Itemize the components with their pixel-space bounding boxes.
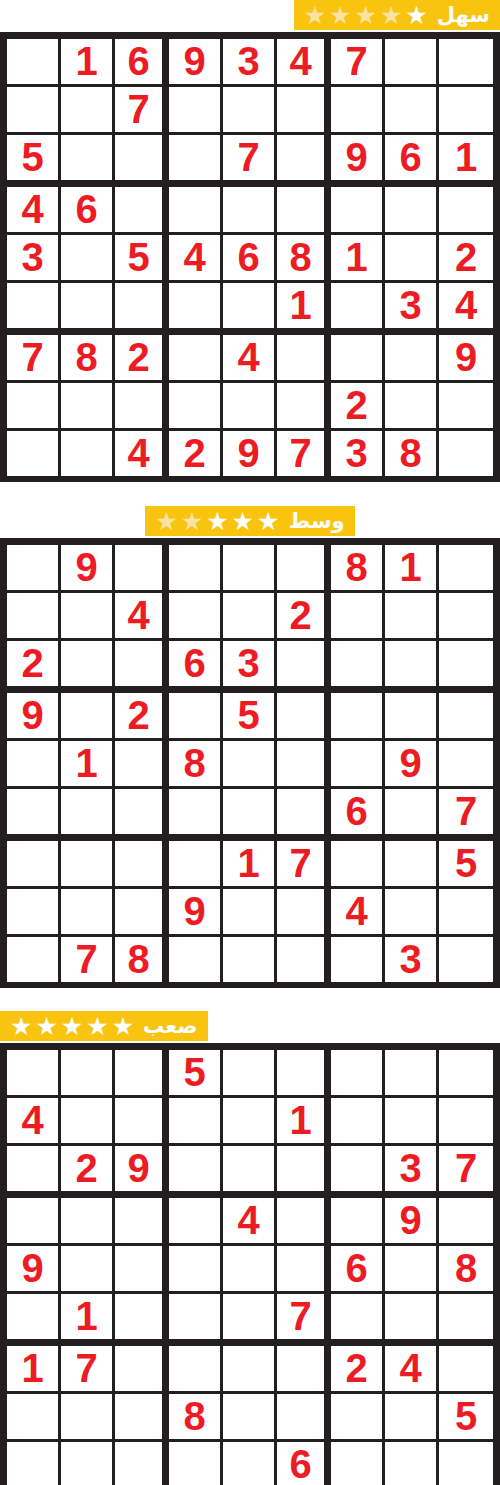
banner-row-medium: ★★★★★ وسط [0,506,500,538]
sudoku-cell-r3c6 [277,1146,331,1198]
star-empty-icon: ★ [329,3,351,28]
sudoku-cell-r3c5: 3 [223,641,277,693]
sudoku-cell-r8c5 [223,383,277,431]
sudoku-cell-r7c3: 2 [115,335,169,383]
difficulty-label-hard: صعب [143,1011,197,1041]
sudoku-cell-r6c1 [7,789,61,841]
sudoku-grid-easy: 169347757961463546812134782492429738 [0,32,500,482]
puzzle-section-hard: ★★★★★ صعب 541293749968171724856 [0,1011,500,1485]
sudoku-cell-r5c5: 6 [223,235,277,283]
sudoku-cell-r7c5: 4 [223,335,277,383]
sudoku-cell-r8c6 [277,1394,331,1442]
sudoku-cell-r7c5 [223,1346,277,1394]
sudoku-cell-r8c6 [277,383,331,431]
sudoku-cell-r5c3 [115,1246,169,1294]
sudoku-cell-r6c8 [385,1294,439,1346]
sudoku-cell-r8c9 [439,889,493,937]
star-empty-icon: ★ [155,509,177,534]
sudoku-cell-r6c3 [115,283,169,335]
banner-row-easy: ★★★★★ سهل [0,0,500,32]
sudoku-cell-r4c6 [277,187,331,235]
sudoku-cell-r9c2 [61,1442,115,1485]
sudoku-cell-r4c7 [331,693,385,741]
sudoku-cell-r6c3 [115,1294,169,1346]
sudoku-cell-r3c9: 1 [439,135,493,187]
sudoku-cell-r9c9 [439,1442,493,1485]
star-empty-icon: ★ [354,3,376,28]
sudoku-cell-r3c5 [223,1146,277,1198]
sudoku-cell-r3c1 [7,1146,61,1198]
sudoku-cell-r8c2 [61,383,115,431]
sudoku-cell-r8c3 [115,1394,169,1442]
star-empty-icon: ★ [181,509,203,534]
sudoku-cell-r4c4 [169,187,223,235]
sudoku-cell-r2c1 [7,87,61,135]
sudoku-cell-r3c4 [169,135,223,187]
sudoku-cell-r4c1: 4 [7,187,61,235]
star-filled-icon: ★ [405,3,427,28]
sudoku-cell-r3c9 [439,641,493,693]
sudoku-cell-r4c1 [7,1198,61,1246]
sudoku-cell-r3c2 [61,641,115,693]
sudoku-cell-r8c7: 4 [331,889,385,937]
sudoku-cell-r8c8 [385,383,439,431]
sudoku-cell-r7c3 [115,1346,169,1394]
sudoku-cell-r9c6 [277,937,331,982]
sudoku-cell-r6c8: 3 [385,283,439,335]
sudoku-cell-r9c4 [169,937,223,982]
sudoku-cell-r8c4: 9 [169,889,223,937]
sudoku-cell-r3c7 [331,641,385,693]
sudoku-cell-r3c9: 7 [439,1146,493,1198]
sudoku-cell-r9c3: 8 [115,937,169,982]
sudoku-cell-r4c7 [331,1198,385,1246]
sudoku-cell-r6c7: 6 [331,789,385,841]
sudoku-cell-r9c5: 9 [223,431,277,476]
sudoku-cell-r1c9 [439,1050,493,1098]
sudoku-cell-r1c3: 6 [115,39,169,87]
sudoku-cell-r6c9: 4 [439,283,493,335]
sudoku-cell-r7c6 [277,1346,331,1394]
sudoku-cell-r4c3 [115,187,169,235]
star-filled-icon: ★ [206,509,228,534]
sudoku-cell-r2c4 [169,593,223,641]
sudoku-cell-r1c8 [385,1050,439,1098]
star-empty-icon: ★ [304,3,326,28]
sudoku-grid-hard: 541293749968171724856 [0,1043,500,1485]
sudoku-cell-r6c6: 7 [277,1294,331,1346]
sudoku-cell-r7c6 [277,335,331,383]
sudoku-cell-r3c4 [169,1146,223,1198]
sudoku-cell-r4c3 [115,1198,169,1246]
sudoku-cell-r8c7: 2 [331,383,385,431]
sudoku-cell-r8c8 [385,1394,439,1442]
sudoku-cell-r5c4: 4 [169,235,223,283]
sudoku-cell-r1c6 [277,1050,331,1098]
sudoku-cell-r7c8: 4 [385,1346,439,1394]
sudoku-cell-r1c3 [115,545,169,593]
sudoku-cell-r9c4: 2 [169,431,223,476]
sudoku-cell-r3c1: 5 [7,135,61,187]
sudoku-page: ★★★★★ سهل 169347757961463546812134782492… [0,0,500,1485]
sudoku-cell-r6c3 [115,789,169,841]
sudoku-cell-r2c1 [7,593,61,641]
star-filled-icon: ★ [61,1014,83,1039]
sudoku-cell-r2c3: 4 [115,593,169,641]
sudoku-cell-r8c6 [277,889,331,937]
sudoku-cell-r9c8: 3 [385,937,439,982]
sudoku-cell-r5c7: 6 [331,1246,385,1294]
sudoku-cell-r4c5 [223,187,277,235]
sudoku-cell-r1c1 [7,39,61,87]
sudoku-cell-r3c3: 9 [115,1146,169,1198]
sudoku-cell-r1c5: 3 [223,39,277,87]
sudoku-cell-r4c6 [277,693,331,741]
star-filled-icon: ★ [35,1014,57,1039]
sudoku-cell-r2c7 [331,1098,385,1146]
sudoku-cell-r7c1: 7 [7,335,61,383]
sudoku-cell-r5c9 [439,741,493,789]
sudoku-cell-r4c9 [439,1198,493,1246]
sudoku-cell-r5c9: 2 [439,235,493,283]
sudoku-cell-r9c2: 7 [61,937,115,982]
sudoku-cell-r7c3 [115,841,169,889]
sudoku-cell-r7c1 [7,841,61,889]
sudoku-cell-r1c9 [439,39,493,87]
sudoku-cell-r7c9 [439,1346,493,1394]
star-rating-easy: ★★★★★ [304,3,428,28]
sudoku-cell-r2c5 [223,1098,277,1146]
star-filled-icon: ★ [257,509,279,534]
sudoku-cell-r5c5 [223,1246,277,1294]
sudoku-cell-r9c5 [223,1442,277,1485]
sudoku-cell-r7c4 [169,841,223,889]
sudoku-cell-r9c8: 8 [385,431,439,476]
sudoku-cell-r4c2 [61,1198,115,1246]
sudoku-cell-r2c4 [169,87,223,135]
sudoku-cell-r3c6 [277,135,331,187]
sudoku-cell-r5c7 [331,741,385,789]
sudoku-cell-r9c9 [439,431,493,476]
difficulty-banner-hard: ★★★★★ صعب [0,1011,208,1041]
sudoku-cell-r3c6 [277,641,331,693]
sudoku-cell-r4c8 [385,693,439,741]
sudoku-cell-r2c8 [385,593,439,641]
sudoku-cell-r9c7: 3 [331,431,385,476]
sudoku-cell-r1c5 [223,1050,277,1098]
sudoku-cell-r7c8 [385,335,439,383]
sudoku-cell-r6c5 [223,1294,277,1346]
sudoku-cell-r6c1 [7,1294,61,1346]
sudoku-cell-r8c1 [7,1394,61,1442]
star-filled-icon: ★ [10,1014,32,1039]
sudoku-cell-r3c8 [385,641,439,693]
sudoku-cell-r5c8: 9 [385,741,439,789]
sudoku-cell-r8c1 [7,383,61,431]
sudoku-cell-r8c1 [7,889,61,937]
sudoku-cell-r9c3 [115,1442,169,1485]
sudoku-cell-r5c7: 1 [331,235,385,283]
sudoku-cell-r1c6: 4 [277,39,331,87]
sudoku-cell-r4c1: 9 [7,693,61,741]
sudoku-cell-r6c6 [277,789,331,841]
sudoku-cell-r7c5: 1 [223,841,277,889]
sudoku-cell-r1c7: 8 [331,545,385,593]
sudoku-cell-r2c6 [277,87,331,135]
sudoku-cell-r3c8: 3 [385,1146,439,1198]
sudoku-cell-r9c3: 4 [115,431,169,476]
sudoku-cell-r2c3 [115,1098,169,1146]
sudoku-cell-r1c2: 1 [61,39,115,87]
sudoku-cell-r2c3: 7 [115,87,169,135]
sudoku-cell-r9c1 [7,937,61,982]
sudoku-cell-r7c7: 2 [331,1346,385,1394]
sudoku-cell-r5c1: 9 [7,1246,61,1294]
sudoku-cell-r7c6: 7 [277,841,331,889]
sudoku-cell-r2c9 [439,593,493,641]
sudoku-cell-r1c4: 5 [169,1050,223,1098]
sudoku-cell-r9c5 [223,937,277,982]
sudoku-cell-r3c4: 6 [169,641,223,693]
sudoku-cell-r5c9: 8 [439,1246,493,1294]
sudoku-cell-r9c1 [7,1442,61,1485]
sudoku-cell-r4c2: 6 [61,187,115,235]
sudoku-cell-r4c9 [439,187,493,235]
sudoku-cell-r9c7 [331,1442,385,1485]
sudoku-cell-r3c3 [115,135,169,187]
difficulty-label-easy: سهل [437,0,490,30]
sudoku-cell-r6c1 [7,283,61,335]
sudoku-cell-r7c2: 8 [61,335,115,383]
sudoku-cell-r5c8 [385,1246,439,1294]
sudoku-cell-r7c1: 1 [7,1346,61,1394]
sudoku-cell-r7c4 [169,335,223,383]
sudoku-cell-r1c2: 9 [61,545,115,593]
sudoku-cell-r3c7: 9 [331,135,385,187]
sudoku-cell-r5c3 [115,741,169,789]
sudoku-cell-r2c2 [61,87,115,135]
sudoku-cell-r8c3 [115,383,169,431]
sudoku-cell-r4c6 [277,1198,331,1246]
sudoku-cell-r6c8 [385,789,439,841]
sudoku-cell-r6c9: 7 [439,789,493,841]
sudoku-cell-r2c7 [331,593,385,641]
sudoku-cell-r5c2 [61,1246,115,1294]
sudoku-cell-r6c7 [331,283,385,335]
sudoku-cell-r6c5 [223,789,277,841]
sudoku-cell-r8c5 [223,1394,277,1442]
sudoku-cell-r1c6 [277,545,331,593]
sudoku-cell-r2c5 [223,87,277,135]
sudoku-cell-r2c6: 1 [277,1098,331,1146]
sudoku-cell-r2c8 [385,1098,439,1146]
sudoku-cell-r4c5: 5 [223,693,277,741]
difficulty-banner-medium: ★★★★★ وسط [145,506,354,536]
sudoku-cell-r7c2: 7 [61,1346,115,1394]
star-filled-icon: ★ [86,1014,108,1039]
sudoku-cell-r2c2 [61,1098,115,1146]
sudoku-cell-r6c4 [169,283,223,335]
sudoku-cell-r4c3: 2 [115,693,169,741]
sudoku-cell-r9c2 [61,431,115,476]
sudoku-cell-r9c7 [331,937,385,982]
sudoku-cell-r7c2 [61,841,115,889]
sudoku-cell-r4c8 [385,187,439,235]
puzzle-section-medium: ★★★★★ وسط 981422639251896717594783 [0,506,500,988]
sudoku-cell-r3c1: 2 [7,641,61,693]
sudoku-cell-r1c9 [439,545,493,593]
sudoku-cell-r5c6: 8 [277,235,331,283]
sudoku-cell-r9c8 [385,1442,439,1485]
sudoku-cell-r7c9: 5 [439,841,493,889]
sudoku-cell-r5c6 [277,741,331,789]
sudoku-cell-r3c3 [115,641,169,693]
sudoku-cell-r6c5 [223,283,277,335]
sudoku-cell-r1c3 [115,1050,169,1098]
sudoku-cell-r9c1 [7,431,61,476]
sudoku-cell-r2c9 [439,87,493,135]
sudoku-cell-r9c6: 6 [277,1442,331,1485]
sudoku-cell-r1c8 [385,39,439,87]
sudoku-cell-r7c9: 9 [439,335,493,383]
sudoku-cell-r3c8: 6 [385,135,439,187]
sudoku-cell-r1c8: 1 [385,545,439,593]
sudoku-cell-r2c1: 4 [7,1098,61,1146]
sudoku-cell-r1c5 [223,545,277,593]
sudoku-cell-r5c1: 3 [7,235,61,283]
sudoku-cell-r6c6: 1 [277,283,331,335]
sudoku-cell-r8c8 [385,889,439,937]
sudoku-cell-r5c2 [61,235,115,283]
sudoku-cell-r8c2 [61,889,115,937]
sudoku-cell-r2c7 [331,87,385,135]
sudoku-cell-r6c2: 1 [61,1294,115,1346]
sudoku-cell-r7c7 [331,841,385,889]
sudoku-cell-r7c4 [169,1346,223,1394]
sudoku-cell-r4c9 [439,693,493,741]
sudoku-cell-r1c1 [7,1050,61,1098]
puzzle-section-easy: ★★★★★ سهل 169347757961463546812134782492… [0,0,500,482]
sudoku-cell-r4c4 [169,1198,223,1246]
sudoku-cell-r1c1 [7,545,61,593]
sudoku-cell-r5c1 [7,741,61,789]
sudoku-cell-r6c4 [169,1294,223,1346]
sudoku-cell-r6c2 [61,283,115,335]
sudoku-cell-r8c2 [61,1394,115,1442]
sudoku-cell-r8c5 [223,889,277,937]
sudoku-cell-r7c7 [331,335,385,383]
sudoku-cell-r2c8 [385,87,439,135]
sudoku-cell-r3c2 [61,135,115,187]
sudoku-cell-r1c7: 7 [331,39,385,87]
sudoku-cell-r6c7 [331,1294,385,1346]
sudoku-cell-r5c6 [277,1246,331,1294]
difficulty-label-medium: وسط [288,506,344,536]
sudoku-cell-r5c3: 5 [115,235,169,283]
sudoku-cell-r8c9 [439,383,493,431]
sudoku-cell-r5c4: 8 [169,741,223,789]
sudoku-cell-r1c7 [331,1050,385,1098]
star-filled-icon: ★ [232,509,254,534]
star-rating-hard: ★★★★★ [10,1014,134,1039]
sudoku-cell-r8c9: 5 [439,1394,493,1442]
sudoku-cell-r1c4 [169,545,223,593]
sudoku-cell-r4c5: 4 [223,1198,277,1246]
sudoku-cell-r8c4 [169,383,223,431]
sudoku-cell-r3c5: 7 [223,135,277,187]
star-empty-icon: ★ [380,3,402,28]
sudoku-cell-r2c2 [61,593,115,641]
sudoku-cell-r2c6: 2 [277,593,331,641]
sudoku-cell-r8c3 [115,889,169,937]
sudoku-cell-r1c2 [61,1050,115,1098]
sudoku-cell-r6c4 [169,789,223,841]
sudoku-cell-r8c4: 8 [169,1394,223,1442]
sudoku-cell-r3c2: 2 [61,1146,115,1198]
sudoku-cell-r1c4: 9 [169,39,223,87]
sudoku-cell-r3c7 [331,1146,385,1198]
banner-row-hard: ★★★★★ صعب [0,1011,500,1043]
sudoku-cell-r5c8 [385,235,439,283]
sudoku-cell-r2c9 [439,1098,493,1146]
star-filled-icon: ★ [112,1014,134,1039]
sudoku-cell-r9c9 [439,937,493,982]
sudoku-cell-r4c4 [169,693,223,741]
sudoku-cell-r7c8 [385,841,439,889]
sudoku-cell-r2c4 [169,1098,223,1146]
sudoku-cell-r8c7 [331,1394,385,1442]
sudoku-cell-r9c6: 7 [277,431,331,476]
sudoku-cell-r9c4 [169,1442,223,1485]
sudoku-cell-r4c2 [61,693,115,741]
sudoku-cell-r5c2: 1 [61,741,115,789]
difficulty-banner-easy: ★★★★★ سهل [294,0,500,30]
sudoku-cell-r4c7 [331,187,385,235]
sudoku-cell-r5c4 [169,1246,223,1294]
star-rating-medium: ★★★★★ [155,509,279,534]
sudoku-cell-r5c5 [223,741,277,789]
sudoku-cell-r6c2 [61,789,115,841]
sudoku-grid-medium: 981422639251896717594783 [0,538,500,988]
sudoku-cell-r2c5 [223,593,277,641]
sudoku-cell-r4c8: 9 [385,1198,439,1246]
sudoku-cell-r6c9 [439,1294,493,1346]
